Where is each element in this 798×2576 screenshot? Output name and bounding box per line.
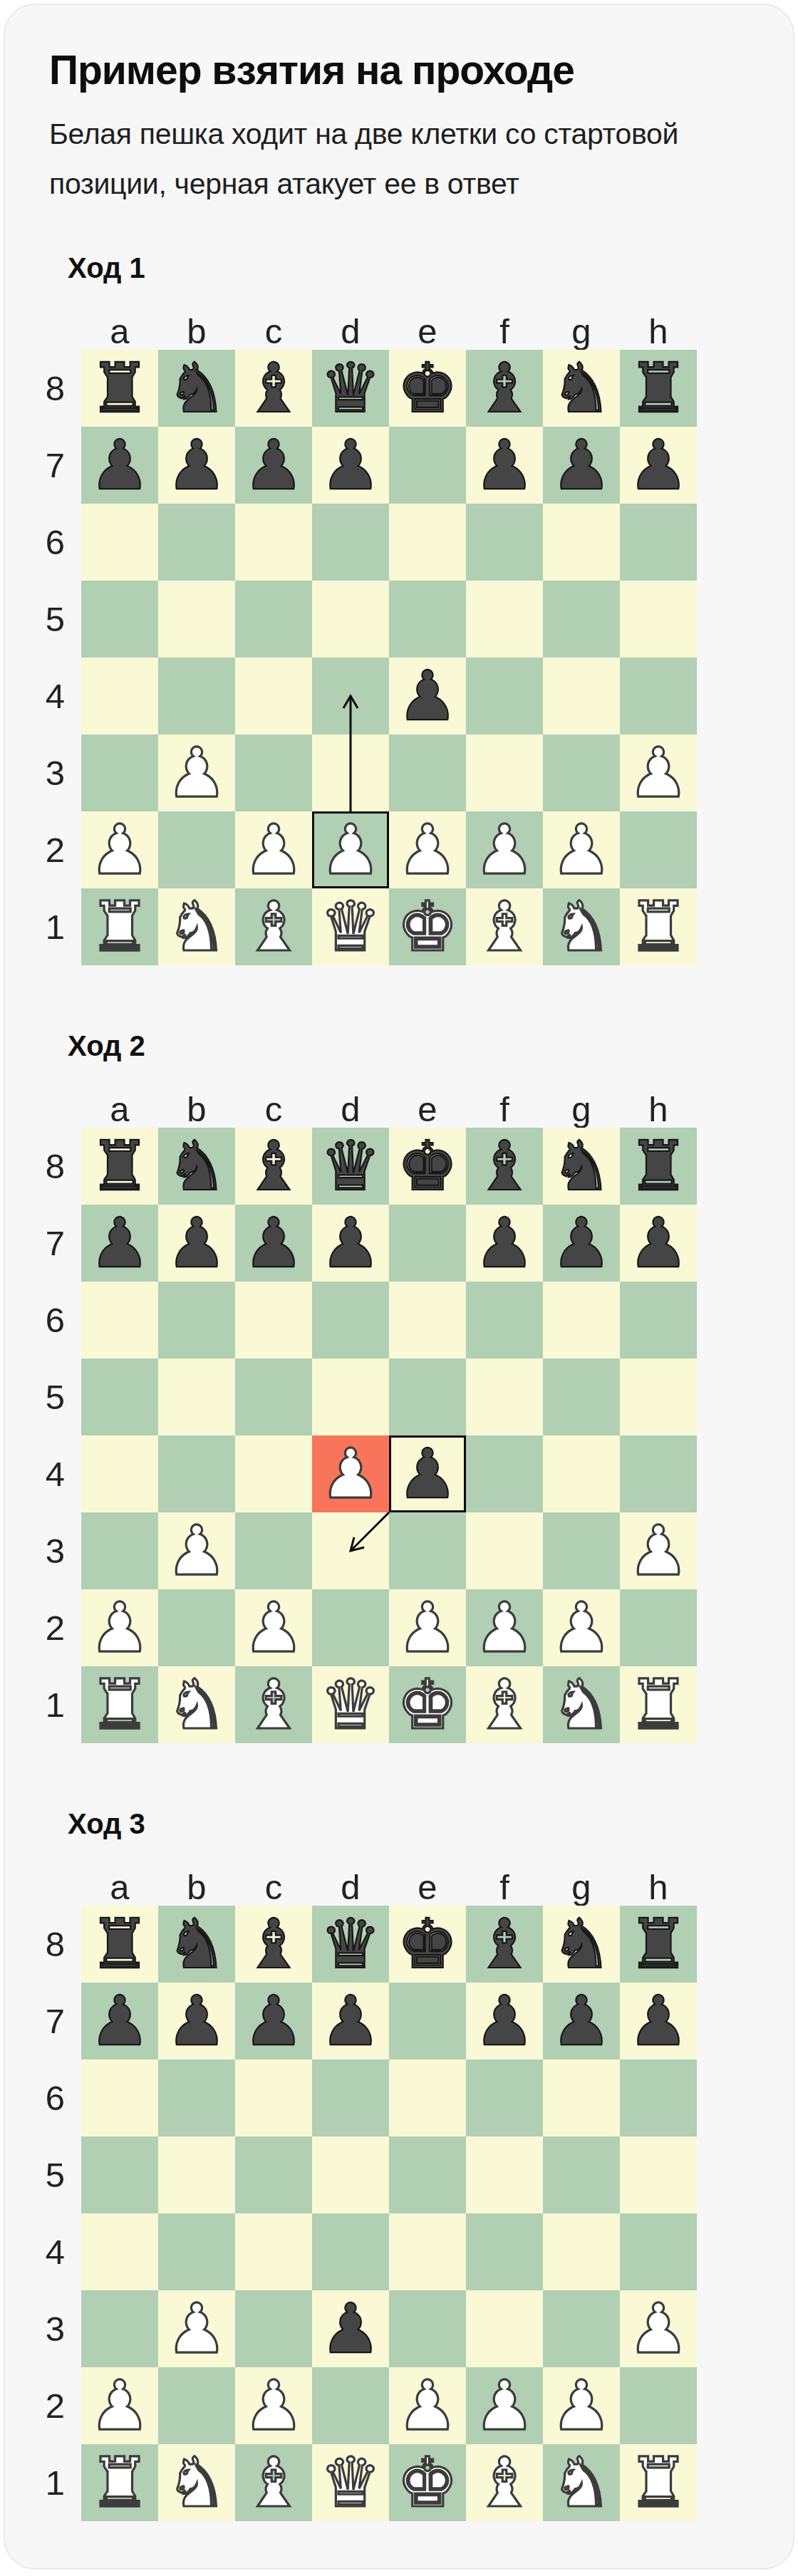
black-king-icon: ♚: [389, 350, 466, 427]
black-pawn-icon: ♟: [158, 427, 235, 504]
rank-label-8: 8: [19, 350, 81, 427]
rank-label-7: 7: [19, 1205, 81, 1282]
board-square-c2: ♟: [235, 2367, 312, 2444]
board-square-f4: [466, 2213, 543, 2290]
board-square-a3: [81, 1512, 158, 1589]
board-square-g6: [543, 2060, 620, 2136]
white-rook-icon: ♜: [620, 1666, 697, 1743]
rank-labels-column: 87654321: [19, 1906, 81, 2521]
board-square-c7: ♟: [235, 427, 312, 504]
white-pawn-icon: ♟: [81, 2367, 158, 2444]
board-square-a2: ♟: [81, 2367, 158, 2444]
black-knight-icon: ♞: [158, 1906, 235, 1983]
board-square-c1: ♝: [235, 2444, 312, 2521]
board-square-g1: ♞: [543, 1666, 620, 1743]
file-label-a: a: [81, 1867, 158, 1907]
rank-label-2: 2: [19, 2367, 81, 2444]
board-square-h3: ♟: [620, 734, 697, 811]
file-label-f: f: [466, 1867, 543, 1907]
black-rook-icon: ♜: [81, 350, 158, 427]
white-queen-icon: ♛: [312, 1666, 389, 1743]
board-square-h3: ♟: [620, 2290, 697, 2367]
board-square-h4: [620, 2213, 697, 2290]
white-pawn-icon: ♟: [81, 811, 158, 888]
board-square-g3: [543, 1512, 620, 1589]
board-square-g6: [543, 504, 620, 581]
board-wrap: 87654321♜♞♝♛♚♝♞♜♟♟♟♟♟♟♟♟♟♟♟♟♟♟♟♟♜♞♝♛♚♝♞♜: [19, 1128, 793, 1743]
board-square-a4: [81, 2213, 158, 2290]
board-square-g7: ♟: [543, 1983, 620, 2060]
board-square-h6: [620, 504, 697, 581]
white-rook-icon: ♜: [81, 1666, 158, 1743]
white-pawn-icon: ♟: [389, 811, 466, 888]
file-label-d: d: [312, 1867, 389, 1907]
white-knight-icon: ♞: [543, 888, 620, 965]
board-square-b6: [158, 504, 235, 581]
black-pawn-icon: ♟: [312, 1205, 389, 1282]
file-labels-row: abcdefgh: [19, 311, 793, 348]
white-pawn-icon: ♟: [466, 1589, 543, 1666]
board-square-d8: ♛: [312, 1128, 389, 1205]
file-label-d: d: [312, 311, 389, 351]
move-section: Ход 3abcdefgh87654321♜♞♝♛♚♝♞♜♟♟♟♟♟♟♟♟♟♟♟…: [5, 1809, 793, 2521]
board-square-b5: [158, 1359, 235, 1435]
board-square-a5: [81, 581, 158, 658]
white-pawn-icon: ♟: [389, 1589, 466, 1666]
board-square-f2: ♟: [466, 811, 543, 888]
black-pawn-icon: ♟: [466, 1983, 543, 2060]
board-square-a6: [81, 2060, 158, 2136]
board-square-g8: ♞: [543, 350, 620, 427]
board-square-c6: [235, 1282, 312, 1359]
white-pawn-icon: ♟: [235, 1589, 312, 1666]
black-pawn-icon: ♟: [543, 1205, 620, 1282]
move-label: Ход 1: [68, 253, 793, 283]
board-square-d8: ♛: [312, 350, 389, 427]
board-square-f1: ♝: [466, 1666, 543, 1743]
board-square-c3: [235, 734, 312, 811]
black-bishop-icon: ♝: [466, 350, 543, 427]
black-pawn-icon: ♟: [312, 1983, 389, 2060]
board-square-h5: [620, 581, 697, 658]
board-square-c4: [235, 658, 312, 734]
board-square-b1: ♞: [158, 2444, 235, 2521]
board-square-b2: [158, 811, 235, 888]
rank-label-1: 1: [19, 2444, 81, 2521]
board-square-b4: [158, 1435, 235, 1512]
white-pawn-icon: ♟: [312, 811, 389, 888]
black-king-icon: ♚: [389, 1906, 466, 1983]
board-square-c7: ♟: [235, 1205, 312, 1282]
board-square-g7: ♟: [543, 427, 620, 504]
file-label-g: g: [543, 1867, 620, 1907]
black-pawn-icon: ♟: [158, 1205, 235, 1282]
white-pawn-icon: ♟: [158, 734, 235, 811]
board-square-g1: ♞: [543, 888, 620, 965]
board-square-c8: ♝: [235, 1128, 312, 1205]
white-pawn-icon: ♟: [235, 2367, 312, 2444]
board-square-c6: [235, 504, 312, 581]
board-square-d2: [312, 1589, 389, 1666]
board-wrap: 87654321♜♞♝♛♚♝♞♜♟♟♟♟♟♟♟♟♟♟♟♟♟♟♟♜♞♝♛♚♝♞♜: [19, 1906, 793, 2521]
rank-label-8: 8: [19, 1128, 81, 1205]
file-label-h: h: [620, 1089, 697, 1129]
white-rook-icon: ♜: [81, 2444, 158, 2521]
board-square-h8: ♜: [620, 1128, 697, 1205]
rank-label-2: 2: [19, 1589, 81, 1666]
board-square-c2: ♟: [235, 1589, 312, 1666]
file-label-b: b: [158, 311, 235, 351]
black-pawn-icon: ♟: [620, 1205, 697, 1282]
black-pawn-icon: ♟: [235, 1983, 312, 2060]
board-square-g2: ♟: [543, 811, 620, 888]
board-square-c4: [235, 1435, 312, 1512]
white-pawn-icon: ♟: [312, 1435, 389, 1512]
rank-label-4: 4: [19, 658, 81, 734]
board-square-b6: [158, 2060, 235, 2136]
board-square-c1: ♝: [235, 1666, 312, 1743]
board-square-h2: [620, 2367, 697, 2444]
file-label-c: c: [235, 311, 312, 351]
board-square-b7: ♟: [158, 427, 235, 504]
board-square-a3: [81, 734, 158, 811]
chess-board: ♜♞♝♛♚♝♞♜♟♟♟♟♟♟♟♟♟♟♟♟♟♟♟♟♜♞♝♛♚♝♞♜: [81, 1128, 697, 1743]
board-square-e1: ♚: [389, 1666, 466, 1743]
file-label-f: f: [466, 311, 543, 351]
board-square-e1: ♚: [389, 2444, 466, 2521]
rank-label-3: 3: [19, 734, 81, 811]
white-pawn-icon: ♟: [543, 1589, 620, 1666]
board-square-e8: ♚: [389, 1906, 466, 1983]
black-rook-icon: ♜: [620, 1906, 697, 1983]
board-square-b5: [158, 2136, 235, 2213]
board-square-e2: ♟: [389, 811, 466, 888]
black-rook-icon: ♜: [620, 1128, 697, 1205]
white-pawn-icon: ♟: [620, 734, 697, 811]
white-pawn-icon: ♟: [543, 2367, 620, 2444]
board-square-d8: ♛: [312, 1906, 389, 1983]
board-square-h8: ♜: [620, 1906, 697, 1983]
white-queen-icon: ♛: [312, 888, 389, 965]
board-square-e2: ♟: [389, 2367, 466, 2444]
white-pawn-icon: ♟: [466, 811, 543, 888]
white-pawn-icon: ♟: [158, 2290, 235, 2367]
board-square-f1: ♝: [466, 2444, 543, 2521]
board-square-e8: ♚: [389, 1128, 466, 1205]
board-square-c8: ♝: [235, 1906, 312, 1983]
rank-label-7: 7: [19, 1983, 81, 2060]
file-label-e: e: [389, 1867, 466, 1907]
black-king-icon: ♚: [389, 1128, 466, 1205]
board-square-e3: [389, 1512, 466, 1589]
board-square-h4: [620, 658, 697, 734]
white-knight-icon: ♞: [543, 2444, 620, 2521]
white-pawn-icon: ♟: [466, 2367, 543, 2444]
board-square-d2: ♟: [312, 811, 389, 888]
white-pawn-icon: ♟: [620, 1512, 697, 1589]
board-square-f6: [466, 1282, 543, 1359]
board-square-b2: [158, 1589, 235, 1666]
file-label-b: b: [158, 1867, 235, 1907]
board-square-b8: ♞: [158, 1128, 235, 1205]
file-label-e: e: [389, 311, 466, 351]
board-square-d2: [312, 2367, 389, 2444]
board-square-a1: ♜: [81, 1666, 158, 1743]
board-square-c3: [235, 1512, 312, 1589]
black-knight-icon: ♞: [543, 350, 620, 427]
black-rook-icon: ♜: [81, 1128, 158, 1205]
board-square-b7: ♟: [158, 1983, 235, 2060]
board-square-h3: ♟: [620, 1512, 697, 1589]
board-square-e2: ♟: [389, 1589, 466, 1666]
black-queen-icon: ♛: [312, 1906, 389, 1983]
board-square-g8: ♞: [543, 1906, 620, 1983]
page-subtitle: Белая пешка ходит на две клетки со старт…: [49, 109, 750, 209]
board-square-h5: [620, 2136, 697, 2213]
rank-label-8: 8: [19, 1906, 81, 1983]
board-square-h7: ♟: [620, 1983, 697, 2060]
rank-label-6: 6: [19, 1282, 81, 1359]
board-square-g4: [543, 658, 620, 734]
rank-label-4: 4: [19, 2213, 81, 2290]
board-square-e5: [389, 1359, 466, 1435]
board-square-d4: [312, 2213, 389, 2290]
chess-board: ♜♞♝♛♚♝♞♜♟♟♟♟♟♟♟♟♟♟♟♟♟♟♟♜♞♝♛♚♝♞♜: [81, 1906, 697, 2521]
black-knight-icon: ♞: [543, 1906, 620, 1983]
rank-label-7: 7: [19, 427, 81, 504]
white-rook-icon: ♜: [620, 2444, 697, 2521]
board-square-f8: ♝: [466, 350, 543, 427]
board-square-g3: [543, 2290, 620, 2367]
boards-container: Ход 1abcdefgh87654321♜♞♝♛♚♝♞♜♟♟♟♟♟♟♟♟♟♟♟…: [5, 253, 793, 2521]
board-square-d3: [312, 734, 389, 811]
board-square-g4: [543, 1435, 620, 1512]
black-knight-icon: ♞: [158, 350, 235, 427]
rank-labels-column: 87654321: [19, 350, 81, 965]
board-square-a7: ♟: [81, 427, 158, 504]
board-square-b5: [158, 581, 235, 658]
black-pawn-icon: ♟: [235, 1205, 312, 1282]
board-square-h6: [620, 1282, 697, 1359]
white-bishop-icon: ♝: [466, 2444, 543, 2521]
move-section: Ход 1abcdefgh87654321♜♞♝♛♚♝♞♜♟♟♟♟♟♟♟♟♟♟♟…: [5, 253, 793, 965]
rank-label-6: 6: [19, 504, 81, 581]
rank-label-5: 5: [19, 581, 81, 658]
board-square-e6: [389, 2060, 466, 2136]
board-square-e6: [389, 1282, 466, 1359]
file-label-a: a: [81, 1089, 158, 1129]
board-square-f3: [466, 1512, 543, 1589]
file-labels-row: abcdefgh: [19, 1867, 793, 1904]
board-square-f2: ♟: [466, 2367, 543, 2444]
board-square-e8: ♚: [389, 350, 466, 427]
board-square-b3: ♟: [158, 2290, 235, 2367]
file-label-g: g: [543, 311, 620, 351]
white-knight-icon: ♞: [158, 1666, 235, 1743]
board-square-f4: [466, 658, 543, 734]
board-square-d1: ♛: [312, 1666, 389, 1743]
board-square-h6: [620, 2060, 697, 2136]
board-square-b7: ♟: [158, 1205, 235, 1282]
board-square-g4: [543, 2213, 620, 2290]
rank-labels-column: 87654321: [19, 1128, 81, 1743]
board-square-c5: [235, 2136, 312, 2213]
board-square-a7: ♟: [81, 1983, 158, 2060]
board-square-g7: ♟: [543, 1205, 620, 1282]
white-pawn-icon: ♟: [235, 811, 312, 888]
board-square-g6: [543, 1282, 620, 1359]
white-pawn-icon: ♟: [620, 2290, 697, 2367]
black-queen-icon: ♛: [312, 350, 389, 427]
board-square-d5: [312, 2136, 389, 2213]
board-square-a6: [81, 504, 158, 581]
board-square-d3: ♟: [312, 2290, 389, 2367]
black-pawn-icon: ♟: [543, 427, 620, 504]
board-square-h2: [620, 1589, 697, 1666]
board-square-d4: ♟: [312, 1435, 389, 1512]
board-square-b1: ♞: [158, 1666, 235, 1743]
black-knight-icon: ♞: [158, 1128, 235, 1205]
board-square-h8: ♜: [620, 350, 697, 427]
board-square-h5: [620, 1359, 697, 1435]
board-square-f2: ♟: [466, 1589, 543, 1666]
file-label-d: d: [312, 1089, 389, 1129]
board-square-f8: ♝: [466, 1906, 543, 1983]
white-king-icon: ♚: [389, 2444, 466, 2521]
black-pawn-icon: ♟: [158, 1983, 235, 2060]
board-square-c3: [235, 2290, 312, 2367]
board-square-f8: ♝: [466, 1128, 543, 1205]
board-square-d3: [312, 1512, 389, 1589]
black-pawn-icon: ♟: [81, 427, 158, 504]
board-square-h4: [620, 1435, 697, 1512]
board-square-e4: [389, 2213, 466, 2290]
board-square-a4: [81, 1435, 158, 1512]
board-square-g1: ♞: [543, 2444, 620, 2521]
board-square-b8: ♞: [158, 350, 235, 427]
lesson-card: Пример взятия на проходе Белая пешка ход…: [4, 4, 794, 2570]
black-pawn-icon: ♟: [466, 1205, 543, 1282]
board-square-f6: [466, 504, 543, 581]
board-square-d6: [312, 1282, 389, 1359]
board-square-f7: ♟: [466, 427, 543, 504]
black-bishop-icon: ♝: [235, 1128, 312, 1205]
white-bishop-icon: ♝: [466, 1666, 543, 1743]
black-rook-icon: ♜: [81, 1906, 158, 1983]
board-square-f5: [466, 1359, 543, 1435]
board-wrap: 87654321♜♞♝♛♚♝♞♜♟♟♟♟♟♟♟♟♟♟♟♟♟♟♟♟♜♞♝♛♚♝♞♜: [19, 350, 793, 965]
black-rook-icon: ♜: [620, 350, 697, 427]
board-square-f7: ♟: [466, 1205, 543, 1282]
board-square-c4: [235, 2213, 312, 2290]
board-square-h1: ♜: [620, 1666, 697, 1743]
move-label: Ход 2: [68, 1031, 793, 1061]
rank-label-3: 3: [19, 2290, 81, 2367]
board-square-b1: ♞: [158, 888, 235, 965]
board-square-b3: ♟: [158, 1512, 235, 1589]
file-label-c: c: [235, 1867, 312, 1907]
board-square-g5: [543, 581, 620, 658]
black-bishop-icon: ♝: [235, 1906, 312, 1983]
white-queen-icon: ♛: [312, 2444, 389, 2521]
board-square-a5: [81, 1359, 158, 1435]
white-knight-icon: ♞: [158, 2444, 235, 2521]
board-square-c5: [235, 1359, 312, 1435]
board-square-g2: ♟: [543, 1589, 620, 1666]
black-pawn-icon: ♟: [543, 1983, 620, 2060]
black-bishop-icon: ♝: [235, 350, 312, 427]
board-square-e4: ♟: [389, 658, 466, 734]
black-pawn-icon: ♟: [235, 427, 312, 504]
white-pawn-icon: ♟: [389, 2367, 466, 2444]
board-square-d5: [312, 581, 389, 658]
board-square-g2: ♟: [543, 2367, 620, 2444]
white-pawn-icon: ♟: [158, 1512, 235, 1589]
board-square-h1: ♜: [620, 2444, 697, 2521]
black-pawn-icon: ♟: [312, 2290, 389, 2367]
white-bishop-icon: ♝: [235, 1666, 312, 1743]
black-queen-icon: ♛: [312, 1128, 389, 1205]
black-bishop-icon: ♝: [466, 1128, 543, 1205]
board-square-f1: ♝: [466, 888, 543, 965]
board-square-c7: ♟: [235, 1983, 312, 2060]
board-square-d1: ♛: [312, 888, 389, 965]
board-square-d7: ♟: [312, 1983, 389, 2060]
board-square-g8: ♞: [543, 1128, 620, 1205]
board-square-d1: ♛: [312, 2444, 389, 2521]
board-square-c5: [235, 581, 312, 658]
board-square-e5: [389, 581, 466, 658]
board-square-h1: ♜: [620, 888, 697, 965]
rank-label-1: 1: [19, 1666, 81, 1743]
board-square-d6: [312, 504, 389, 581]
black-pawn-icon: ♟: [389, 658, 466, 734]
board-square-h2: [620, 811, 697, 888]
board-square-a1: ♜: [81, 888, 158, 965]
board-square-g5: [543, 1359, 620, 1435]
white-pawn-icon: ♟: [543, 811, 620, 888]
chess-board: ♜♞♝♛♚♝♞♜♟♟♟♟♟♟♟♟♟♟♟♟♟♟♟♟♜♞♝♛♚♝♞♜: [81, 350, 697, 965]
board-square-e7: [389, 1205, 466, 1282]
board-square-h7: ♟: [620, 427, 697, 504]
board-square-f5: [466, 2136, 543, 2213]
board-square-c8: ♝: [235, 350, 312, 427]
board-square-g3: [543, 734, 620, 811]
rank-label-5: 5: [19, 2136, 81, 2213]
file-label-e: e: [389, 1089, 466, 1129]
board-square-h7: ♟: [620, 1205, 697, 1282]
board-square-b4: [158, 658, 235, 734]
board-square-a3: [81, 2290, 158, 2367]
board-square-b6: [158, 1282, 235, 1359]
board-square-e5: [389, 2136, 466, 2213]
black-pawn-icon: ♟: [312, 427, 389, 504]
board-square-f3: [466, 734, 543, 811]
board-square-e4: ♟: [389, 1435, 466, 1512]
board-square-e1: ♚: [389, 888, 466, 965]
board-square-a6: [81, 1282, 158, 1359]
board-square-a8: ♜: [81, 350, 158, 427]
board-square-c6: [235, 2060, 312, 2136]
board-square-d7: ♟: [312, 427, 389, 504]
black-knight-icon: ♞: [543, 1128, 620, 1205]
board-square-a8: ♜: [81, 1128, 158, 1205]
board-square-f3: [466, 2290, 543, 2367]
board-square-c1: ♝: [235, 888, 312, 965]
board-square-d4: [312, 658, 389, 734]
rank-label-5: 5: [19, 1359, 81, 1435]
white-knight-icon: ♞: [543, 1666, 620, 1743]
